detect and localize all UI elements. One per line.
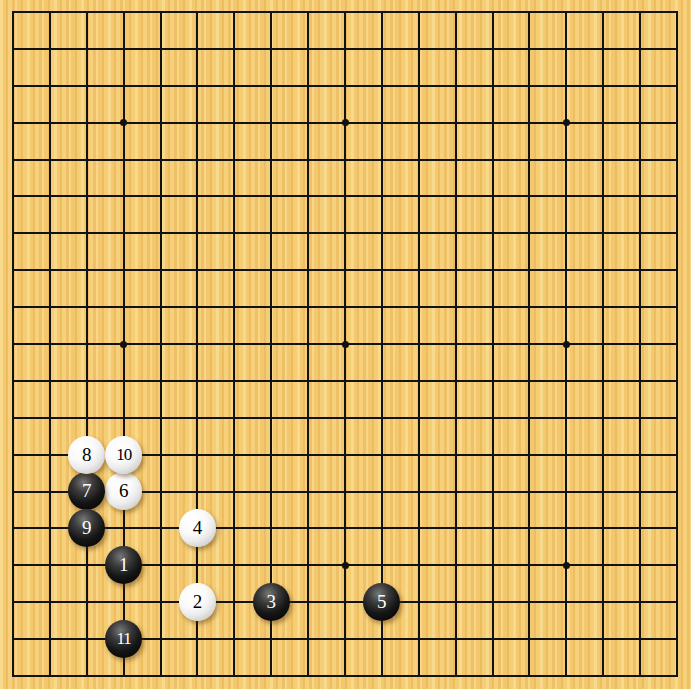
stone-black-1: 1: [105, 546, 142, 584]
board-intersection-D4[interactable]: 1: [105, 547, 142, 584]
board-intersection-D2[interactable]: 11: [105, 620, 142, 657]
stone-black-11: 11: [105, 620, 142, 658]
move-number: 3: [266, 592, 276, 611]
board-intersection-F5[interactable]: 4: [179, 510, 216, 547]
board-intersection-D7[interactable]: 10: [105, 436, 142, 473]
board-intersection-C6[interactable]: 7: [68, 473, 105, 510]
board-intersection-L3[interactable]: 5: [363, 584, 400, 621]
move-number: 11: [116, 630, 130, 647]
move-number: 6: [119, 481, 129, 500]
move-number: 5: [377, 592, 387, 611]
move-number: 4: [193, 518, 203, 537]
move-number: 7: [82, 481, 92, 500]
move-number: 10: [116, 446, 131, 463]
move-number: 9: [82, 518, 92, 537]
stone-white-6: 6: [105, 472, 142, 510]
move-number: 2: [193, 592, 203, 611]
stone-white-10: 10: [105, 436, 142, 474]
stone-black-7: 7: [68, 472, 105, 510]
board-grid: 1234567891011: [0, 0, 691, 689]
move-number: 1: [119, 555, 129, 574]
board-intersection-C5[interactable]: 9: [68, 510, 105, 547]
board-intersection-F3[interactable]: 2: [179, 584, 216, 621]
board-intersection-C7[interactable]: 8: [68, 436, 105, 473]
stone-black-9: 9: [68, 509, 105, 547]
stone-white-8: 8: [68, 436, 105, 474]
stone-white-2: 2: [179, 583, 216, 621]
stone-black-5: 5: [363, 583, 400, 621]
stone-white-4: 4: [179, 509, 216, 547]
stone-black-3: 3: [253, 583, 290, 621]
go-board[interactable]: 1234567891011: [0, 0, 691, 689]
move-number: 8: [82, 445, 92, 464]
board-intersection-D6[interactable]: 6: [105, 473, 142, 510]
board-intersection-H3[interactable]: 3: [253, 584, 290, 621]
